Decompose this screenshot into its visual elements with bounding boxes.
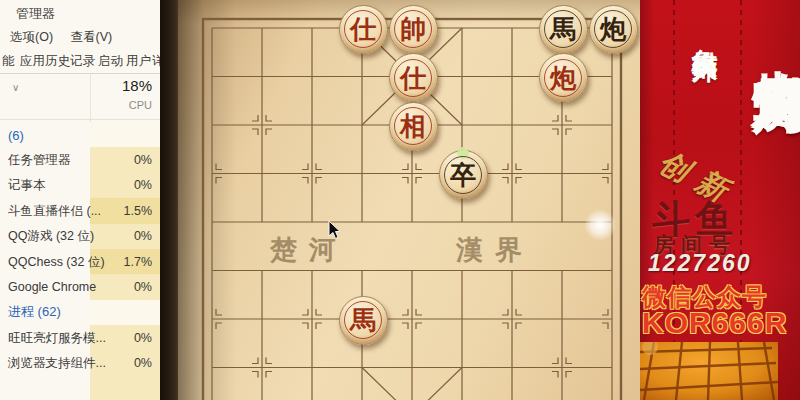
piece-character: 炮 xyxy=(590,6,637,53)
piece-red-horse[interactable]: 馬 xyxy=(339,296,388,345)
piece-character: 仕 xyxy=(390,54,437,101)
group-header-row[interactable]: 进程 (62) xyxy=(0,300,160,325)
process-name: 斗鱼直播伴侣 (... xyxy=(8,202,101,219)
cpu-value: 0% xyxy=(134,280,152,294)
glow-marker xyxy=(584,209,616,241)
menu-bar: 选项(O) 查看(V) xyxy=(10,29,126,46)
process-list: (6)任务管理器0%记事本0%斗鱼直播伴侣 (...1.5%QQ游戏 (32 位… xyxy=(0,122,160,400)
room-number: 1227260 xyxy=(648,250,752,277)
process-name: QQChess (32 位) xyxy=(8,253,105,270)
cpu-heat-cell xyxy=(90,122,160,147)
tab-4[interactable]: 用户 xyxy=(126,53,151,70)
banner-big-text: 中炮对屏风马 xyxy=(751,24,800,42)
process-row[interactable]: 任务管理器0% xyxy=(0,147,160,172)
menu-options[interactable]: 选项(O) xyxy=(10,30,53,44)
piece-character: 炮 xyxy=(540,54,587,101)
cpu-value: 0% xyxy=(134,229,152,243)
process-name: 任务管理器 xyxy=(8,152,71,169)
banner-board-image xyxy=(640,342,778,400)
tab-5[interactable]: 详 xyxy=(152,53,160,70)
piece-character: 帥 xyxy=(390,6,437,53)
piece-character: 仕 xyxy=(340,6,387,53)
piece-character: 相 xyxy=(390,103,437,150)
process-name: Google Chrome xyxy=(8,280,96,294)
ad-banner: 象棋大师 创新 斗鱼 房间号 1227260 微信公众号 KOR666R xyxy=(640,0,800,400)
piece-red-elephant[interactable]: 相 xyxy=(389,102,438,151)
cpu-heat-cell xyxy=(90,376,160,400)
cpu-value: 1.7% xyxy=(124,255,153,269)
process-row[interactable]: 记事本0% xyxy=(0,173,160,198)
process-name: (6) xyxy=(8,127,24,142)
menu-view[interactable]: 查看(V) xyxy=(71,30,113,44)
cpu-value: 0% xyxy=(134,178,152,192)
banner-title: 象棋大师 xyxy=(688,28,723,40)
wechat-id: KOR666R xyxy=(642,306,787,340)
piece-black-horse[interactable]: 馬 xyxy=(539,5,588,54)
cpu-column-label[interactable]: CPU xyxy=(90,99,152,111)
piece-red-advisor[interactable]: 仕 xyxy=(339,5,388,54)
header-underline xyxy=(0,119,160,120)
piece-character: 卒 xyxy=(440,151,487,198)
window-title: 管理器 xyxy=(16,5,55,23)
window-edge-shadow xyxy=(160,0,178,400)
river-label-right: 漢界 xyxy=(456,232,534,268)
process-name: QQ游戏 (32 位) xyxy=(8,228,94,245)
cpu-value: 0% xyxy=(134,153,152,167)
process-name: 浏览器支持组件... xyxy=(8,355,106,372)
task-manager-window: 管理器 选项(O) 查看(V) 能应用历史记录启动用户详 ∨ 18% CPU (… xyxy=(0,0,160,400)
tab-1[interactable]: 能 xyxy=(2,53,15,70)
cpu-value: 0% xyxy=(134,356,152,370)
tab-3[interactable]: 启动 xyxy=(98,53,123,70)
sort-chevron-icon[interactable]: ∨ xyxy=(12,82,19,93)
piece-red-advisor[interactable]: 仕 xyxy=(389,53,438,102)
xiangqi-board[interactable]: 楚河 漢界 仕帥馬炮仕炮相卒馬 xyxy=(178,0,640,400)
screen: 管理器 选项(O) 查看(V) 能应用历史记录启动用户详 ∨ 18% CPU (… xyxy=(0,0,800,400)
process-name: 记事本 xyxy=(8,177,46,194)
piece-red-cannon[interactable]: 炮 xyxy=(539,53,588,102)
process-row[interactable]: QQChess (32 位)1.7% xyxy=(0,249,160,274)
process-name: 进程 (62) xyxy=(8,303,61,321)
process-name: 旺旺亮灯服务模... xyxy=(8,329,106,346)
cpu-heat-cell xyxy=(90,300,160,325)
group-header-row[interactable]: (6) xyxy=(0,122,160,147)
process-row[interactable]: QQ游戏 (32 位)0% xyxy=(0,224,160,249)
piece-character: 馬 xyxy=(340,297,387,344)
piece-character: 馬 xyxy=(540,6,587,53)
divider xyxy=(0,73,160,74)
piece-black-cannon[interactable]: 炮 xyxy=(589,5,638,54)
process-row[interactable]: 旺旺亮灯服务模...0% xyxy=(0,325,160,350)
piece-black-soldier[interactable]: 卒 xyxy=(439,150,488,199)
mouse-cursor-icon xyxy=(328,220,342,240)
process-row[interactable] xyxy=(0,376,160,400)
cpu-total-header[interactable]: 18% xyxy=(90,77,152,94)
process-row[interactable]: 斗鱼直播伴侣 (...1.5% xyxy=(0,198,160,223)
process-row[interactable]: Google Chrome0% xyxy=(0,274,160,299)
dashed-line xyxy=(740,0,742,400)
tab-2[interactable]: 应用历史记录 xyxy=(20,53,95,70)
piece-red-general[interactable]: 帥 xyxy=(389,5,438,54)
cpu-value: 1.5% xyxy=(124,204,153,218)
cpu-value: 0% xyxy=(134,331,152,345)
process-row[interactable]: 浏览器支持组件...0% xyxy=(0,351,160,376)
